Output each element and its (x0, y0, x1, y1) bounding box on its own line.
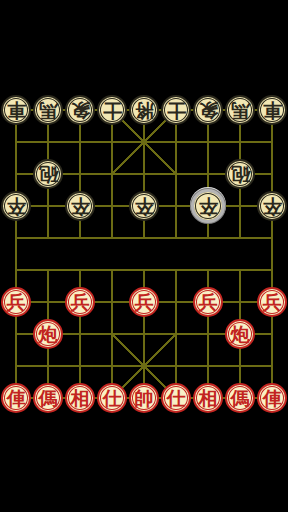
piece-glyph-advisor: 士 (167, 101, 186, 120)
piece-glyph-soldier: 兵 (135, 293, 154, 312)
piece-glyph-elephant: 相 (199, 389, 218, 408)
piece-red-elephant[interactable]: 相 (65, 383, 95, 413)
piece-glyph-soldier: 兵 (7, 293, 26, 312)
piece-glyph-soldier: 卒 (71, 197, 90, 216)
piece-red-general[interactable]: 帥 (129, 383, 159, 413)
piece-black-soldier[interactable]: 卒 (257, 191, 287, 221)
piece-red-horse[interactable]: 傌 (33, 383, 63, 413)
piece-red-cannon[interactable]: 炮 (225, 319, 255, 349)
pieces-layer: 車馬象士將士象馬車砲砲卒卒卒卒卒兵兵兵兵兵炮炮俥傌相仕帥仕相傌俥 (0, 0, 288, 512)
piece-glyph-horse: 馬 (231, 101, 250, 120)
piece-glyph-elephant: 象 (199, 101, 218, 120)
piece-black-soldier[interactable]: 卒 (191, 189, 225, 223)
piece-black-soldier[interactable]: 卒 (65, 191, 95, 221)
piece-black-soldier[interactable]: 卒 (129, 191, 159, 221)
piece-black-cannon[interactable]: 砲 (225, 159, 255, 189)
piece-glyph-soldier: 卒 (263, 197, 282, 216)
piece-glyph-cannon: 炮 (231, 325, 250, 344)
piece-red-soldier[interactable]: 兵 (65, 287, 95, 317)
piece-black-advisor[interactable]: 士 (97, 95, 127, 125)
piece-red-advisor[interactable]: 仕 (97, 383, 127, 413)
piece-black-soldier[interactable]: 卒 (1, 191, 31, 221)
piece-glyph-cannon: 砲 (231, 165, 250, 184)
piece-glyph-general: 帥 (135, 389, 154, 408)
piece-glyph-cannon: 炮 (39, 325, 58, 344)
piece-glyph-chariot: 俥 (7, 389, 26, 408)
piece-glyph-soldier: 兵 (263, 293, 282, 312)
piece-red-cannon[interactable]: 炮 (33, 319, 63, 349)
piece-glyph-horse: 傌 (39, 389, 58, 408)
piece-black-chariot[interactable]: 車 (1, 95, 31, 125)
piece-glyph-chariot: 俥 (263, 389, 282, 408)
piece-glyph-elephant: 象 (71, 101, 90, 120)
piece-black-horse[interactable]: 馬 (225, 95, 255, 125)
piece-glyph-cannon: 砲 (39, 165, 58, 184)
piece-red-advisor[interactable]: 仕 (161, 383, 191, 413)
piece-glyph-soldier: 兵 (71, 293, 90, 312)
piece-glyph-soldier: 卒 (7, 197, 26, 216)
piece-glyph-horse: 馬 (39, 101, 58, 120)
piece-glyph-horse: 傌 (231, 389, 250, 408)
piece-glyph-advisor: 士 (103, 101, 122, 120)
piece-red-chariot[interactable]: 俥 (257, 383, 287, 413)
piece-black-elephant[interactable]: 象 (193, 95, 223, 125)
piece-red-soldier[interactable]: 兵 (1, 287, 31, 317)
piece-red-soldier[interactable]: 兵 (129, 287, 159, 317)
piece-glyph-chariot: 車 (7, 101, 26, 120)
piece-black-general[interactable]: 將 (129, 95, 159, 125)
piece-black-advisor[interactable]: 士 (161, 95, 191, 125)
piece-glyph-general: 將 (135, 101, 154, 120)
piece-glyph-chariot: 車 (263, 101, 282, 120)
piece-black-elephant[interactable]: 象 (65, 95, 95, 125)
piece-glyph-elephant: 相 (71, 389, 90, 408)
piece-red-chariot[interactable]: 俥 (1, 383, 31, 413)
piece-black-horse[interactable]: 馬 (33, 95, 63, 125)
piece-glyph-advisor: 仕 (103, 389, 122, 408)
piece-red-horse[interactable]: 傌 (225, 383, 255, 413)
piece-black-cannon[interactable]: 砲 (33, 159, 63, 189)
app-screen: 車馬象士將士象馬車砲砲卒卒卒卒卒兵兵兵兵兵炮炮俥傌相仕帥仕相傌俥 (0, 0, 288, 512)
piece-glyph-soldier: 卒 (135, 197, 154, 216)
piece-red-soldier[interactable]: 兵 (193, 287, 223, 317)
piece-glyph-soldier: 兵 (199, 293, 218, 312)
piece-glyph-soldier: 卒 (199, 197, 218, 216)
piece-glyph-advisor: 仕 (167, 389, 186, 408)
piece-red-soldier[interactable]: 兵 (257, 287, 287, 317)
piece-black-chariot[interactable]: 車 (257, 95, 287, 125)
piece-red-elephant[interactable]: 相 (193, 383, 223, 413)
